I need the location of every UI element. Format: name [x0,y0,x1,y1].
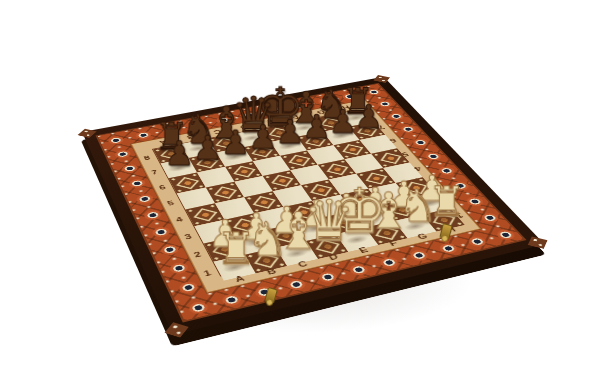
photo-canvas: ♜♞♝♛♚♝♞♜♟♟♟♟♟♟♟♟♟♟♟♟♟♟♟♟♜♞♝♛♚♝♞♜ AA11BB2… [0,0,600,380]
rim-corner-inlay [77,129,97,138]
square-a5[interactable] [177,188,215,210]
white-rook-a1[interactable]: ♜ [202,227,269,271]
square-c6[interactable] [225,161,262,181]
coordinate-frame: ♜♞♝♛♚♝♞♜♟♟♟♟♟♟♟♟♟♟♟♟♟♟♟♟♜♞♝♛♚♝♞♜ AA11BB2… [130,99,483,294]
rim-corner-inlay [373,75,390,83]
rim-corner-inlay [528,236,548,249]
chessboard-squares: ♜♞♝♛♚♝♞♜♟♟♟♟♟♟♟♟♟♟♟♟♟♟♟♟♜♞♝♛♚♝♞♜ [152,110,455,277]
